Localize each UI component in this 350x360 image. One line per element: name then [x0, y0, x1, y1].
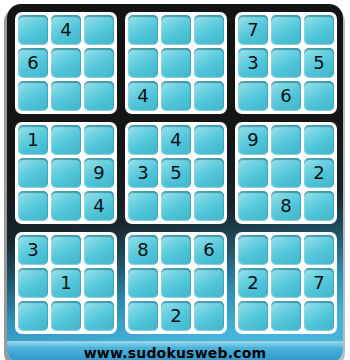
cell-r4c8[interactable]	[271, 125, 301, 155]
cell-r6c2[interactable]	[51, 191, 81, 221]
cell-r5c7[interactable]	[238, 158, 268, 188]
cell-r4c6[interactable]	[194, 125, 224, 155]
cell-r4c1[interactable]: 1	[18, 125, 48, 155]
cell-r1c6[interactable]	[194, 15, 224, 45]
box-r1c3: 7356	[235, 12, 337, 114]
cell-r9c5[interactable]: 2	[161, 301, 191, 331]
cell-r9c4[interactable]	[128, 301, 158, 331]
cell-r1c7[interactable]: 7	[238, 15, 268, 45]
cell-r8c4[interactable]	[128, 268, 158, 298]
cell-r9c2[interactable]	[51, 301, 81, 331]
cell-r7c7[interactable]	[238, 235, 268, 265]
cell-r1c9[interactable]	[304, 15, 334, 45]
cell-r9c9[interactable]	[304, 301, 334, 331]
cell-r3c8[interactable]: 6	[271, 81, 301, 111]
cell-r9c3[interactable]	[84, 301, 114, 331]
cell-r5c6[interactable]	[194, 158, 224, 188]
cell-r2c8[interactable]	[271, 48, 301, 78]
box-r2c3: 928	[235, 122, 337, 224]
cell-r2c1[interactable]: 6	[18, 48, 48, 78]
cell-r2c9[interactable]: 5	[304, 48, 334, 78]
cell-r1c1[interactable]	[18, 15, 48, 45]
cell-r3c7[interactable]	[238, 81, 268, 111]
cell-r6c8[interactable]: 8	[271, 191, 301, 221]
cell-r2c7[interactable]: 3	[238, 48, 268, 78]
cell-r1c3[interactable]	[84, 15, 114, 45]
cell-r7c3[interactable]	[84, 235, 114, 265]
board-frame: 46473561944359283186227 www.sudokusweb.c…	[7, 4, 343, 360]
cell-r6c4[interactable]	[128, 191, 158, 221]
box-r3c1: 31	[15, 232, 117, 334]
box-r2c2: 435	[125, 122, 227, 224]
cell-r4c2[interactable]	[51, 125, 81, 155]
cell-r1c8[interactable]	[271, 15, 301, 45]
cell-r2c5[interactable]	[161, 48, 191, 78]
cell-r8c1[interactable]	[18, 268, 48, 298]
cell-r1c5[interactable]	[161, 15, 191, 45]
cell-r1c2[interactable]: 4	[51, 15, 81, 45]
cell-r5c8[interactable]	[271, 158, 301, 188]
cell-r3c6[interactable]	[194, 81, 224, 111]
cell-r6c7[interactable]	[238, 191, 268, 221]
cell-r5c5[interactable]: 5	[161, 158, 191, 188]
cell-r2c3[interactable]	[84, 48, 114, 78]
cell-r8c6[interactable]	[194, 268, 224, 298]
cell-r7c8[interactable]	[271, 235, 301, 265]
box-r1c1: 46	[15, 12, 117, 114]
cell-r3c4[interactable]: 4	[128, 81, 158, 111]
cell-r6c5[interactable]	[161, 191, 191, 221]
cell-r4c9[interactable]	[304, 125, 334, 155]
cell-r3c1[interactable]	[18, 81, 48, 111]
footer-band: www.sudokusweb.com	[7, 341, 343, 360]
cell-r3c3[interactable]	[84, 81, 114, 111]
cell-r6c6[interactable]	[194, 191, 224, 221]
cell-r8c5[interactable]	[161, 268, 191, 298]
cell-r4c4[interactable]	[128, 125, 158, 155]
cell-r2c6[interactable]	[194, 48, 224, 78]
cell-r2c2[interactable]	[51, 48, 81, 78]
cell-r7c1[interactable]: 3	[18, 235, 48, 265]
box-r3c3: 27	[235, 232, 337, 334]
cell-r8c9[interactable]: 7	[304, 268, 334, 298]
cell-r9c1[interactable]	[18, 301, 48, 331]
cell-r5c2[interactable]	[51, 158, 81, 188]
cell-r5c4[interactable]: 3	[128, 158, 158, 188]
site-url[interactable]: www.sudokusweb.com	[84, 345, 267, 360]
cell-r5c1[interactable]	[18, 158, 48, 188]
cell-r1c4[interactable]	[128, 15, 158, 45]
cell-r9c7[interactable]	[238, 301, 268, 331]
cell-r6c9[interactable]	[304, 191, 334, 221]
cell-r4c7[interactable]: 9	[238, 125, 268, 155]
cell-r5c9[interactable]: 2	[304, 158, 334, 188]
cell-r6c3[interactable]: 4	[84, 191, 114, 221]
cell-r8c2[interactable]: 1	[51, 268, 81, 298]
cell-r7c5[interactable]	[161, 235, 191, 265]
cell-r3c2[interactable]	[51, 81, 81, 111]
cell-r5c3[interactable]: 9	[84, 158, 114, 188]
cell-r9c8[interactable]	[271, 301, 301, 331]
cell-r3c5[interactable]	[161, 81, 191, 111]
cell-r2c4[interactable]	[128, 48, 158, 78]
box-r2c1: 194	[15, 122, 117, 224]
cell-r7c2[interactable]	[51, 235, 81, 265]
cell-r4c3[interactable]	[84, 125, 114, 155]
box-r1c2: 4	[125, 12, 227, 114]
cell-r8c7[interactable]: 2	[238, 268, 268, 298]
sudoku-board: 46473561944359283186227	[7, 4, 343, 334]
cell-r9c6[interactable]	[194, 301, 224, 331]
cell-r6c1[interactable]	[18, 191, 48, 221]
cell-r4c5[interactable]: 4	[161, 125, 191, 155]
cell-r3c9[interactable]	[304, 81, 334, 111]
cell-r8c8[interactable]	[271, 268, 301, 298]
cell-r7c6[interactable]: 6	[194, 235, 224, 265]
cell-r8c3[interactable]	[84, 268, 114, 298]
cell-r7c4[interactable]: 8	[128, 235, 158, 265]
box-r3c2: 862	[125, 232, 227, 334]
cell-r7c9[interactable]	[304, 235, 334, 265]
